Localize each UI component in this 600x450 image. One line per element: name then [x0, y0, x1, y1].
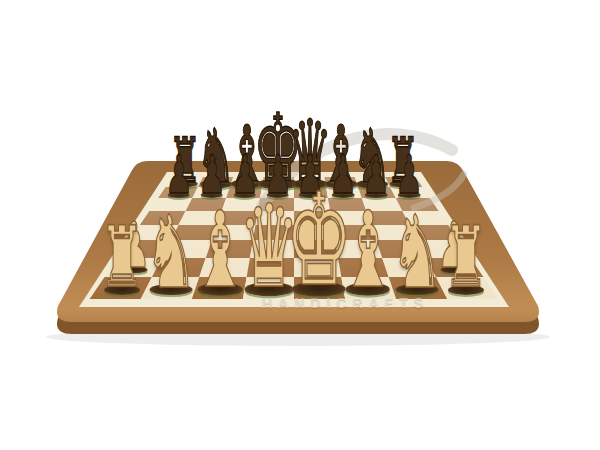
product-photo: HANDICRAFTS ♜♞♝♚♛♝♞♜♟♟♟♟♟♟♟♟♟♟♜♞♝♛♚♝♞♜: [0, 0, 600, 450]
knight-glyph: ♞: [390, 201, 443, 302]
rook-glyph: ♜: [444, 216, 488, 300]
piece-white-rook-h1[interactable]: ♜: [438, 236, 494, 298]
